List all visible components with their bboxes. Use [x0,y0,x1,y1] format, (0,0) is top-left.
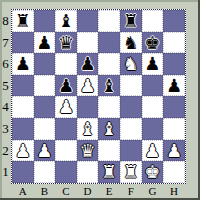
square-a3[interactable] [12,118,34,140]
piece-black-king: ♚ [142,32,164,54]
square-h6[interactable] [163,53,185,75]
square-e8[interactable] [98,10,120,32]
square-b8[interactable] [34,10,56,32]
square-e1[interactable]: ♜ [98,161,120,183]
piece-white-king: ♚ [142,161,164,183]
file-label-d: D [77,184,99,198]
piece-white-bishop: ♝ [77,118,99,140]
square-f4[interactable] [120,96,142,118]
rank-label-4: 4 [0,96,11,118]
square-d2[interactable]: ♛ [77,140,99,162]
square-c3[interactable] [55,118,77,140]
square-a5[interactable] [12,75,34,97]
square-e3[interactable]: ♝ [98,118,120,140]
piece-white-bishop: ♝ [98,118,120,140]
square-h2[interactable]: ♟ [163,140,185,162]
file-label-f: F [120,184,142,198]
square-a7[interactable] [12,32,34,54]
file-label-b: B [34,184,56,198]
file-label-h: H [163,184,185,198]
piece-white-pawn: ♟ [77,75,99,97]
square-f1[interactable]: ♜ [120,161,142,183]
square-h4[interactable] [163,96,185,118]
piece-black-bishop: ♝ [98,75,120,97]
piece-black-rook: ♜ [12,10,34,32]
square-a2[interactable]: ♟ [12,140,34,162]
square-g1[interactable]: ♚ [142,161,164,183]
piece-black-pawn: ♟ [12,53,34,75]
rank-label-6: 6 [0,53,11,75]
piece-black-bishop: ♝ [55,10,77,32]
square-f2[interactable] [120,140,142,162]
square-f7[interactable]: ♞ [120,32,142,54]
square-g6[interactable]: ♟ [142,53,164,75]
square-b6[interactable] [34,53,56,75]
square-g2[interactable]: ♟ [142,140,164,162]
square-h5[interactable]: ♟ [163,75,185,97]
piece-white-rook: ♜ [120,161,142,183]
rank-label-2: 2 [0,140,11,162]
chess-board: ♜♝♜♟♛♞♚♟♟♞♟♟♟♝♟♟♝♝♟♟♛♟♟♜♜♚ [11,9,186,184]
square-g5[interactable] [142,75,164,97]
piece-white-pawn: ♟ [34,140,56,162]
file-label-g: G [142,184,164,198]
square-c4[interactable]: ♟ [55,96,77,118]
file-label-c: C [55,184,77,198]
square-d5[interactable]: ♟ [77,75,99,97]
square-a8[interactable]: ♜ [12,10,34,32]
square-f5[interactable] [120,75,142,97]
file-label-e: E [98,184,120,198]
square-c1[interactable] [55,161,77,183]
square-f8[interactable]: ♜ [120,10,142,32]
square-a1[interactable] [12,161,34,183]
square-g7[interactable]: ♚ [142,32,164,54]
square-b1[interactable] [34,161,56,183]
square-e5[interactable]: ♝ [98,75,120,97]
piece-white-pawn: ♟ [163,140,185,162]
piece-black-knight: ♞ [120,32,142,54]
square-g4[interactable] [142,96,164,118]
square-c5[interactable]: ♟ [55,75,77,97]
square-a6[interactable]: ♟ [12,53,34,75]
rank-label-5: 5 [0,75,11,97]
square-e4[interactable] [98,96,120,118]
square-b5[interactable] [34,75,56,97]
square-h8[interactable] [163,10,185,32]
square-h7[interactable] [163,32,185,54]
square-b2[interactable]: ♟ [34,140,56,162]
square-a4[interactable] [12,96,34,118]
piece-white-rook: ♜ [98,161,120,183]
piece-black-pawn: ♟ [77,53,99,75]
square-e2[interactable] [98,140,120,162]
square-d8[interactable] [77,10,99,32]
square-c2[interactable] [55,140,77,162]
square-d6[interactable]: ♟ [77,53,99,75]
piece-black-queen: ♛ [55,32,77,54]
square-f6[interactable]: ♞ [120,53,142,75]
square-b3[interactable] [34,118,56,140]
file-label-a: A [12,184,34,198]
square-h3[interactable] [163,118,185,140]
piece-white-pawn: ♟ [55,96,77,118]
square-d3[interactable]: ♝ [77,118,99,140]
square-d7[interactable] [77,32,99,54]
rank-labels: 87654321 [0,10,11,183]
square-d1[interactable] [77,161,99,183]
square-f3[interactable] [120,118,142,140]
chessboard-frame: 87654321 ♜♝♜♟♛♞♚♟♟♞♟♟♟♝♟♟♝♝♟♟♛♟♟♜♜♚ ABCD… [0,0,200,200]
square-c7[interactable]: ♛ [55,32,77,54]
piece-black-pawn: ♟ [34,32,56,54]
rank-label-3: 3 [0,118,11,140]
square-g3[interactable] [142,118,164,140]
file-labels: ABCDEFGH [12,184,185,198]
square-e7[interactable] [98,32,120,54]
square-b7[interactable]: ♟ [34,32,56,54]
square-h1[interactable] [163,161,185,183]
rank-label-1: 1 [0,161,11,183]
piece-black-pawn: ♟ [163,75,185,97]
rank-label-8: 8 [0,10,11,32]
piece-white-queen: ♛ [77,140,99,162]
piece-white-pawn: ♟ [12,140,34,162]
piece-white-pawn: ♟ [142,140,164,162]
square-c6[interactable] [55,53,77,75]
square-b4[interactable] [34,96,56,118]
square-d4[interactable] [77,96,99,118]
square-e6[interactable] [98,53,120,75]
piece-black-pawn: ♟ [55,75,77,97]
square-c8[interactable]: ♝ [55,10,77,32]
rank-label-7: 7 [0,32,11,54]
piece-white-knight: ♞ [120,53,142,75]
piece-black-rook: ♜ [120,10,142,32]
piece-black-pawn: ♟ [142,53,164,75]
square-g8[interactable] [142,10,164,32]
